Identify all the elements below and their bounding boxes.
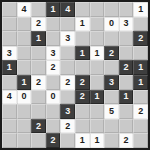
cell-r7c9[interactable]: 1 — [119, 90, 134, 105]
cell-r4c5[interactable] — [60, 46, 75, 61]
cell-r6c5[interactable]: 2 — [60, 75, 75, 90]
cell-r5c6[interactable] — [75, 60, 90, 75]
cell-r3c3[interactable]: 1 — [31, 31, 46, 46]
cell-r3c6[interactable] — [75, 31, 90, 46]
cell-r3c8[interactable] — [104, 31, 119, 46]
cell-r7c1[interactable]: 4 — [2, 90, 17, 105]
cell-r1c5[interactable]: 4 — [60, 2, 75, 17]
cell-r10c2[interactable] — [17, 133, 32, 148]
cell-r8c4[interactable] — [46, 104, 61, 119]
cell-r6c4[interactable] — [46, 75, 61, 90]
cell-r5c1[interactable]: 1 — [2, 60, 17, 75]
cell-r7c7[interactable]: 1 — [90, 90, 105, 105]
cell-r5c7[interactable] — [90, 60, 105, 75]
cell-r2c5[interactable] — [60, 17, 75, 32]
cell-r7c6[interactable]: 2 — [75, 90, 90, 105]
cell-r9c1[interactable] — [2, 119, 17, 134]
cell-r8c8[interactable]: 5 — [104, 104, 119, 119]
cell-r3c9[interactable] — [119, 31, 134, 46]
cell-r4c9[interactable] — [119, 46, 134, 61]
cell-r4c1[interactable]: 3 — [2, 46, 17, 61]
cell-r2c4[interactable] — [46, 17, 61, 32]
cell-r5c8[interactable] — [104, 60, 119, 75]
cell-r10c10[interactable] — [133, 133, 148, 148]
cell-r5c3[interactable] — [31, 60, 46, 75]
cell-r9c2[interactable] — [17, 119, 32, 134]
cell-r10c7[interactable]: 1 — [90, 133, 105, 148]
cell-r10c3[interactable] — [31, 133, 46, 148]
cell-r8c7[interactable] — [90, 104, 105, 119]
cell-r3c7[interactable] — [90, 31, 105, 46]
cell-r5c5[interactable] — [60, 60, 75, 75]
cell-r2c7[interactable] — [90, 17, 105, 32]
cell-r7c4[interactable]: 0 — [46, 90, 61, 105]
cell-r6c2[interactable]: 1 — [17, 75, 32, 90]
cell-r5c4[interactable]: 2 — [46, 60, 61, 75]
cell-r9c3[interactable]: 2 — [31, 119, 46, 134]
cell-r1c3[interactable] — [31, 2, 46, 17]
cell-r5c2[interactable] — [17, 60, 32, 75]
cell-r9c5[interactable]: 2 — [60, 119, 75, 134]
cell-r4c6[interactable]: 1 — [75, 46, 90, 61]
cell-r2c9[interactable]: 3 — [119, 17, 134, 32]
cell-r8c6[interactable] — [75, 104, 90, 119]
cell-r10c8[interactable] — [104, 133, 119, 148]
cell-r3c10[interactable]: 2 — [133, 31, 148, 46]
cell-r4c8[interactable]: 2 — [104, 46, 119, 61]
cell-r5c9[interactable]: 2 — [119, 60, 134, 75]
cell-r8c10[interactable]: 2 — [133, 104, 148, 119]
cell-r8c5[interactable]: 3 — [60, 104, 75, 119]
cell-r9c7[interactable] — [90, 119, 105, 134]
cell-r4c2[interactable] — [17, 46, 32, 61]
cell-r2c6[interactable]: 1 — [75, 17, 90, 32]
cell-r9c4[interactable] — [46, 119, 61, 134]
cell-r6c7[interactable] — [90, 75, 105, 90]
cell-r1c4[interactable]: 1 — [46, 2, 61, 17]
cell-r2c10[interactable] — [133, 17, 148, 32]
cell-r7c5[interactable] — [60, 90, 75, 105]
cell-r1c7[interactable] — [90, 2, 105, 17]
cell-r6c8[interactable]: 3 — [104, 75, 119, 90]
cell-r9c10[interactable] — [133, 119, 148, 134]
puzzle-board: 4141210313233112122112223140021135222211… — [0, 0, 150, 150]
cell-r1c8[interactable] — [104, 2, 119, 17]
cell-r10c1[interactable] — [2, 133, 17, 148]
cell-r1c6[interactable] — [75, 2, 90, 17]
cell-r2c2[interactable] — [17, 17, 32, 32]
cell-r9c6[interactable] — [75, 119, 90, 134]
cell-r10c5[interactable] — [60, 133, 75, 148]
cell-r1c2[interactable]: 4 — [17, 2, 32, 17]
cell-r9c8[interactable] — [104, 119, 119, 134]
cell-r6c9[interactable] — [119, 75, 134, 90]
cell-r1c1[interactable] — [2, 2, 17, 17]
cell-r1c10[interactable]: 1 — [133, 2, 148, 17]
cell-r5c10[interactable]: 1 — [133, 60, 148, 75]
cell-r7c2[interactable]: 0 — [17, 90, 32, 105]
cell-r4c7[interactable]: 1 — [90, 46, 105, 61]
cell-r1c9[interactable] — [119, 2, 134, 17]
cell-r3c4[interactable] — [46, 31, 61, 46]
cell-r8c9[interactable] — [119, 104, 134, 119]
cell-r2c1[interactable] — [2, 17, 17, 32]
cell-r3c1[interactable] — [2, 31, 17, 46]
cell-r6c1[interactable] — [2, 75, 17, 90]
cell-r2c3[interactable]: 2 — [31, 17, 46, 32]
cell-r4c4[interactable]: 3 — [46, 46, 61, 61]
cell-r3c5[interactable]: 3 — [60, 31, 75, 46]
cell-r3c2[interactable] — [17, 31, 32, 46]
cell-r9c9[interactable] — [119, 119, 134, 134]
cell-r6c10[interactable]: 1 — [133, 75, 148, 90]
cell-r6c6[interactable]: 2 — [75, 75, 90, 90]
cell-r7c8[interactable] — [104, 90, 119, 105]
cell-r10c9[interactable]: 2 — [119, 133, 134, 148]
cell-r10c6[interactable]: 1 — [75, 133, 90, 148]
cell-r8c3[interactable] — [31, 104, 46, 119]
puzzle-grid: 4141210313233112122112223140021135222211… — [2, 2, 148, 148]
cell-r2c8[interactable]: 0 — [104, 17, 119, 32]
cell-r7c10[interactable] — [133, 90, 148, 105]
cell-r8c2[interactable] — [17, 104, 32, 119]
cell-r7c3[interactable] — [31, 90, 46, 105]
cell-r6c3[interactable]: 2 — [31, 75, 46, 90]
cell-r10c4[interactable]: 2 — [46, 133, 61, 148]
cell-r8c1[interactable] — [2, 104, 17, 119]
cell-r4c10[interactable] — [133, 46, 148, 61]
cell-r4c3[interactable] — [31, 46, 46, 61]
